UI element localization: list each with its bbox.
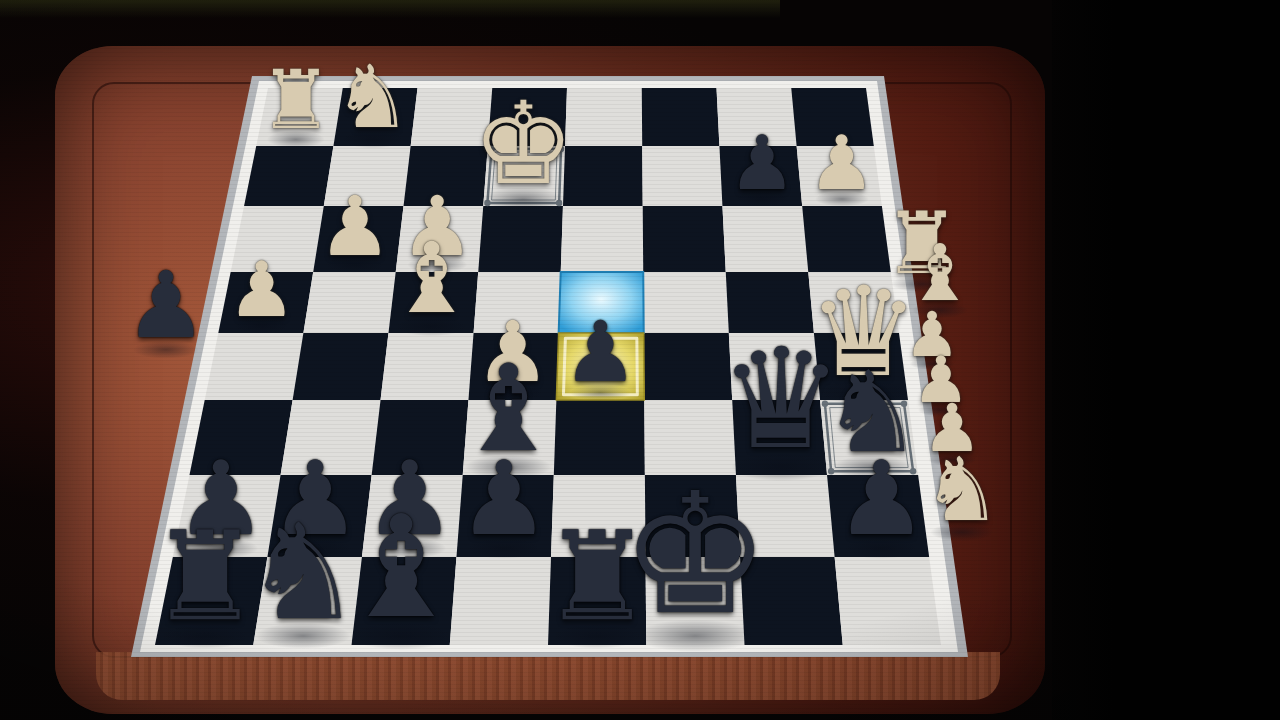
square-c3[interactable] [643,206,726,272]
piece-white-P-a2[interactable]: ♟ [808,126,875,201]
piece-white-N-g1[interactable]: ♞ [334,54,412,141]
captured-white-knight[interactable]: ♞ [923,446,1002,534]
captured-black-pawn[interactable]: ♟ [125,260,207,352]
piece-white-P-h4[interactable]: ♟ [227,252,295,328]
piece-black-P-b2[interactable]: ♟ [728,126,795,201]
square-a8[interactable] [835,557,941,645]
piece-black-P-d5[interactable]: ♟ [563,311,638,395]
photographed-chess-screen: ♜♞♚♟♟♟♟♝♟♛♟♟♝♛♞♟♟♟♟♟♚♜♝♞♜♜♝♟♟♟♞♟ [0,0,1280,720]
piece-black-P-e7[interactable]: ♟ [458,448,550,551]
square-g4[interactable] [303,272,395,333]
square-d2[interactable] [563,146,643,206]
square-e3[interactable] [478,206,563,272]
piece-white-B-f4[interactable]: ♝ [388,231,476,329]
square-d3[interactable] [561,206,644,272]
piece-white-R-h1[interactable]: ♜ [259,60,332,141]
square-c1[interactable] [642,88,720,146]
piece-white-K-e2[interactable]: ♚ [472,87,574,201]
square-d1[interactable] [565,88,642,146]
square-h5[interactable] [205,333,304,400]
square-b3[interactable] [722,206,808,272]
piece-black-R-h8[interactable]: ♜ [150,515,260,638]
square-c2[interactable] [642,146,722,206]
square-g5[interactable] [293,333,389,400]
square-c4[interactable] [643,272,729,333]
piece-black-N-g8[interactable]: ♞ [244,506,362,638]
square-e8[interactable] [450,557,551,645]
piece-white-P-g3[interactable]: ♟ [318,184,392,267]
piece-black-P-a7[interactable]: ♟ [835,448,927,551]
piece-black-R-d8[interactable]: ♜ [542,515,652,638]
